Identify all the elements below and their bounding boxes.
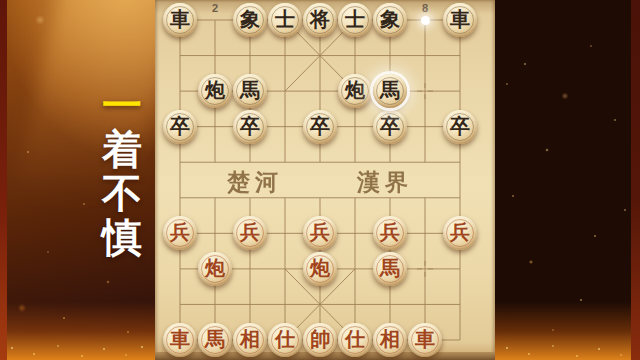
river-label-right: 漢界 [357,167,413,198]
piece-black-horse-f3r3[interactable]: 馬 [233,74,267,108]
red-soldier-glyph: 兵 [170,222,190,242]
red-elephant-glyph: 相 [240,329,260,349]
black-horse-glyph: 馬 [380,80,400,100]
caption-left-char-3: 慎 [100,215,144,259]
piece-red-elephant-f3r10[interactable]: 相 [233,323,267,357]
red-elephant-glyph: 相 [380,329,400,349]
piece-red-horse-f7r8[interactable]: 馬 [373,252,407,286]
piece-black-chariot-f9r1[interactable]: 車 [443,3,477,37]
glitter-band-left [0,302,155,360]
last-move-origin-dot [421,16,430,25]
piece-red-elephant-f7r10[interactable]: 相 [373,323,407,357]
black-horse-glyph: 馬 [240,80,260,100]
red-advisor-glyph: 仕 [275,329,295,349]
caption-left-char-0: 一 [100,83,144,127]
red-soldier-glyph: 兵 [240,222,260,242]
piece-black-soldier-f9r4[interactable]: 卒 [443,110,477,144]
black-advisor-glyph: 士 [345,9,365,29]
piece-red-chariot-f8r10[interactable]: 車 [408,323,442,357]
black-soldier-glyph: 卒 [240,116,260,136]
piece-red-chariot-f1r10[interactable]: 車 [163,323,197,357]
black-chariot-glyph: 車 [450,9,470,29]
caption-left-char-2: 不 [100,171,144,215]
piece-black-cannon-f2r3[interactable]: 炮 [198,74,232,108]
black-soldier-glyph: 卒 [170,116,190,136]
piece-black-chariot-f1r1[interactable]: 車 [163,3,197,37]
right-background-panel: 满 盘 皆 输 [495,0,640,360]
red-general-glyph: 帥 [310,329,330,349]
file-label-8: 8 [415,2,435,14]
black-soldier-glyph: 卒 [450,116,470,136]
black-advisor-glyph: 士 [275,9,295,29]
piece-black-soldier-f3r4[interactable]: 卒 [233,110,267,144]
caption-left-char-1: 着 [100,127,144,171]
file-label-2: 2 [205,2,225,14]
black-elephant-glyph: 象 [240,9,260,29]
black-cannon-glyph: 炮 [345,80,365,100]
black-soldier-glyph: 卒 [310,116,330,136]
piece-black-soldier-f1r4[interactable]: 卒 [163,110,197,144]
red-horse-glyph: 馬 [380,258,400,278]
left-background-panel: 一 着 不 慎 [0,0,155,360]
red-cannon-glyph: 炮 [205,258,225,278]
red-soldier-glyph: 兵 [380,222,400,242]
piece-red-general-f5r10[interactable]: 帥 [303,323,337,357]
black-general-glyph: 将 [310,9,330,29]
red-chariot-glyph: 車 [170,329,190,349]
piece-red-cannon-f2r8[interactable]: 炮 [198,252,232,286]
piece-black-advisor-f4r1[interactable]: 士 [268,3,302,37]
red-cannon-glyph: 炮 [310,258,330,278]
xiangqi-board[interactable]: 楚河 漢界 28 車象士将士象車炮馬炮馬卒卒卒卒卒兵兵兵兵兵炮炮馬車馬相仕帥仕相… [155,0,495,360]
piece-black-soldier-f5r4[interactable]: 卒 [303,110,337,144]
glitter-band-right [495,302,640,360]
piece-black-advisor-f6r1[interactable]: 士 [338,3,372,37]
red-horse-glyph: 馬 [205,329,225,349]
red-advisor-glyph: 仕 [345,329,365,349]
scene: 一 着 不 慎 楚河 漢界 28 車象士将士象車炮馬炮馬卒卒卒卒卒兵兵兵兵兵炮炮… [0,0,640,360]
piece-red-advisor-f6r10[interactable]: 仕 [338,323,372,357]
piece-red-horse-f2r10[interactable]: 馬 [198,323,232,357]
black-chariot-glyph: 車 [170,9,190,29]
right-edge-strip [631,0,640,360]
piece-red-cannon-f5r8[interactable]: 炮 [303,252,337,286]
piece-black-horse-f7r3[interactable]: 馬 [373,74,407,108]
piece-black-elephant-f7r1[interactable]: 象 [373,3,407,37]
left-edge-strip [0,0,7,360]
red-soldier-glyph: 兵 [310,222,330,242]
piece-red-advisor-f4r10[interactable]: 仕 [268,323,302,357]
black-cannon-glyph: 炮 [205,80,225,100]
river-label-left: 楚河 [227,167,283,198]
piece-black-soldier-f7r4[interactable]: 卒 [373,110,407,144]
board-grid [155,0,495,360]
red-chariot-glyph: 車 [415,329,435,349]
black-elephant-glyph: 象 [380,9,400,29]
black-soldier-glyph: 卒 [380,116,400,136]
piece-black-general-f5r1[interactable]: 将 [303,3,337,37]
red-soldier-glyph: 兵 [450,222,470,242]
piece-black-cannon-f6r3[interactable]: 炮 [338,74,372,108]
piece-black-elephant-f3r1[interactable]: 象 [233,3,267,37]
caption-left: 一 着 不 慎 [100,83,144,259]
